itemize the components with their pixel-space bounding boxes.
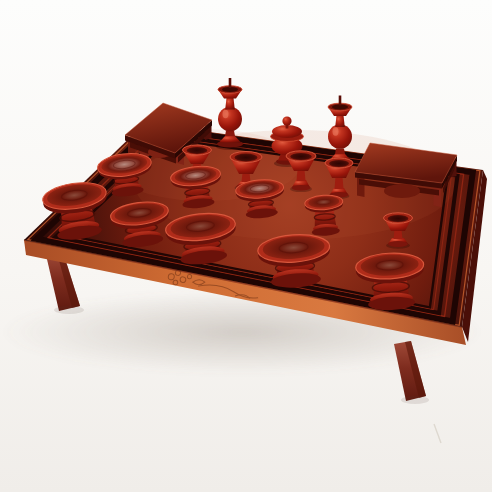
candle-spike bbox=[229, 78, 232, 88]
candle-spike bbox=[339, 96, 342, 106]
scene-canvas bbox=[0, 0, 492, 492]
jar-knob bbox=[282, 116, 291, 125]
product-photo-jesa-table-set bbox=[0, 0, 492, 492]
